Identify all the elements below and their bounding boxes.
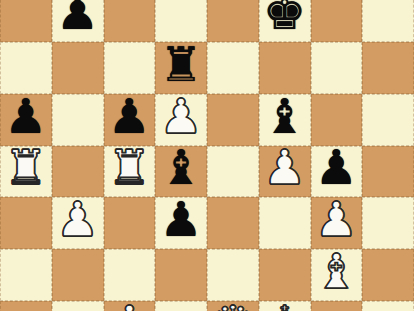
square-d3[interactable]: ♟ (155, 197, 207, 249)
square-d4[interactable]: ♝ (155, 146, 207, 198)
square-h5[interactable] (362, 94, 414, 146)
black-king-f7: ♚ (263, 0, 306, 36)
square-e5[interactable] (207, 94, 259, 146)
square-a7[interactable] (0, 0, 52, 42)
black-pawn-b7: ♟ (56, 0, 99, 36)
square-d6[interactable]: ♜ (155, 42, 207, 94)
square-f6[interactable] (259, 42, 311, 94)
black-bishop-d4: ♝ (160, 143, 203, 191)
black-pawn-c5: ♟ (108, 92, 151, 140)
white-rook-c4: ♜ (108, 143, 151, 191)
square-a2[interactable] (0, 249, 52, 301)
square-b1[interactable] (52, 301, 104, 311)
square-a6[interactable] (0, 42, 52, 94)
square-c6[interactable] (104, 42, 156, 94)
square-e6[interactable] (207, 42, 259, 94)
square-c2[interactable] (104, 249, 156, 301)
white-pawn-b3: ♟ (56, 195, 99, 243)
square-f7[interactable]: ♚ (259, 0, 311, 42)
square-g3[interactable]: ♟ (311, 197, 363, 249)
square-g6[interactable] (311, 42, 363, 94)
square-e2[interactable] (207, 249, 259, 301)
square-h7[interactable] (362, 0, 414, 42)
white-bishop-c1: ♝ (108, 299, 151, 311)
white-queen-e1: ♛ (211, 299, 254, 311)
square-c3[interactable] (104, 197, 156, 249)
square-d2[interactable] (155, 249, 207, 301)
square-g2[interactable]: ♝ (311, 249, 363, 301)
square-a3[interactable] (0, 197, 52, 249)
square-b6[interactable] (52, 42, 104, 94)
square-g5[interactable] (311, 94, 363, 146)
square-b5[interactable] (52, 94, 104, 146)
square-f4[interactable]: ♟ (259, 146, 311, 198)
square-a5[interactable]: ♟ (0, 94, 52, 146)
square-e3[interactable] (207, 197, 259, 249)
square-c7[interactable] (104, 0, 156, 42)
black-pawn-g4: ♟ (315, 143, 358, 191)
chess-diagram: ♟♚♜♟♟♟♝♜♜♝♟♟♟♟♟♝♝♛♚ (0, 0, 414, 311)
square-h2[interactable] (362, 249, 414, 301)
square-f1[interactable]: ♚ (259, 301, 311, 311)
square-g1[interactable] (311, 301, 363, 311)
square-h1[interactable] (362, 301, 414, 311)
square-b3[interactable]: ♟ (52, 197, 104, 249)
square-d1[interactable] (155, 301, 207, 311)
square-e1[interactable]: ♛ (207, 301, 259, 311)
square-f5[interactable]: ♝ (259, 94, 311, 146)
black-pawn-d3: ♟ (160, 195, 203, 243)
square-b7[interactable]: ♟ (52, 0, 104, 42)
square-c5[interactable]: ♟ (104, 94, 156, 146)
square-b2[interactable] (52, 249, 104, 301)
black-rook-d6: ♜ (160, 40, 203, 88)
square-c4[interactable]: ♜ (104, 146, 156, 198)
white-bishop-g2: ♝ (315, 247, 358, 295)
chess-board: ♟♚♜♟♟♟♝♜♜♝♟♟♟♟♟♝♝♛♚ (0, 0, 414, 311)
square-g4[interactable]: ♟ (311, 146, 363, 198)
square-e7[interactable] (207, 0, 259, 42)
black-bishop-f5: ♝ (263, 92, 306, 140)
white-pawn-d5: ♟ (160, 92, 203, 140)
square-a4[interactable]: ♜ (0, 146, 52, 198)
square-h4[interactable] (362, 146, 414, 198)
square-c1[interactable]: ♝ (104, 301, 156, 311)
square-f3[interactable] (259, 197, 311, 249)
white-king-f1: ♚ (263, 299, 306, 311)
square-a1[interactable] (0, 301, 52, 311)
square-g7[interactable] (311, 0, 363, 42)
square-h3[interactable] (362, 197, 414, 249)
white-pawn-g3: ♟ (315, 195, 358, 243)
square-d5[interactable]: ♟ (155, 94, 207, 146)
square-e4[interactable] (207, 146, 259, 198)
black-pawn-a5: ♟ (4, 92, 47, 140)
square-f2[interactable] (259, 249, 311, 301)
white-pawn-f4: ♟ (263, 143, 306, 191)
square-h6[interactable] (362, 42, 414, 94)
white-rook-a4: ♜ (4, 143, 47, 191)
square-b4[interactable] (52, 146, 104, 198)
